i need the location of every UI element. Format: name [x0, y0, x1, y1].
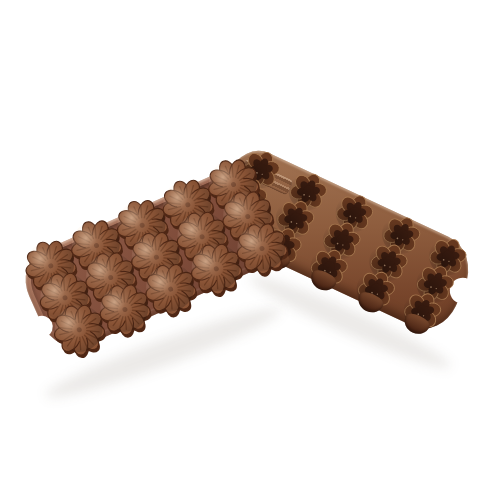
- product-photo-scene: [0, 0, 500, 500]
